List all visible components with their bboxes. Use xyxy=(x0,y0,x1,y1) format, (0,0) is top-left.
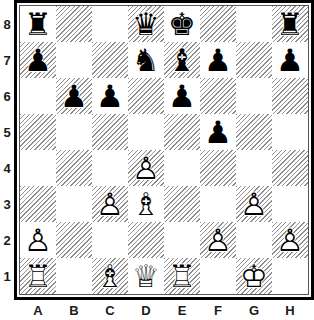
rank-label-3: 3 xyxy=(0,186,14,222)
square-b6[interactable]: ♟ xyxy=(56,78,92,114)
square-a8[interactable]: ♜ xyxy=(20,6,56,42)
file-label-e: E xyxy=(164,300,200,320)
square-c2[interactable] xyxy=(92,222,128,258)
square-b1[interactable] xyxy=(56,258,92,294)
square-e7[interactable]: ♝ xyxy=(164,42,200,78)
rank-label-2: 2 xyxy=(0,222,14,258)
square-c5[interactable] xyxy=(92,114,128,150)
rank-label-4: 4 xyxy=(0,150,14,186)
square-g2[interactable] xyxy=(236,222,272,258)
square-a3[interactable] xyxy=(20,186,56,222)
board-grid: ♜♛♚♜♟♞♝♟♟♟♟♟♟♟♙♟♙♝♗♟♙♟♙♟♙♟♙♜♖♝♗♛♕♜♖♚♔ xyxy=(20,6,308,294)
white-rook-fill: ♜ xyxy=(20,258,56,294)
white-pawn: ♙ xyxy=(236,186,272,222)
black-pawn: ♟ xyxy=(272,42,308,78)
square-c7[interactable] xyxy=(92,42,128,78)
white-bishop: ♗ xyxy=(128,186,164,222)
black-rook: ♜ xyxy=(272,6,308,42)
chess-board: ♜♛♚♜♟♞♝♟♟♟♟♟♟♟♙♟♙♝♗♟♙♟♙♟♙♟♙♜♖♝♗♛♕♜♖♚♔ xyxy=(14,0,314,300)
file-label-c: C xyxy=(92,300,128,320)
file-label-f: F xyxy=(200,300,236,320)
square-f8[interactable] xyxy=(200,6,236,42)
file-label-b: B xyxy=(56,300,92,320)
square-g7[interactable] xyxy=(236,42,272,78)
square-e2[interactable] xyxy=(164,222,200,258)
black-pawn: ♟ xyxy=(56,78,92,114)
square-a1[interactable]: ♜♖ xyxy=(20,258,56,294)
rank-label-1: 1 xyxy=(0,258,14,294)
black-pawn: ♟ xyxy=(92,78,128,114)
square-d7[interactable]: ♞ xyxy=(128,42,164,78)
square-d1[interactable]: ♛♕ xyxy=(128,258,164,294)
square-e4[interactable] xyxy=(164,150,200,186)
rank-label-7: 7 xyxy=(0,42,14,78)
square-b5[interactable] xyxy=(56,114,92,150)
square-b3[interactable] xyxy=(56,186,92,222)
white-bishop: ♗ xyxy=(92,258,128,294)
square-b8[interactable] xyxy=(56,6,92,42)
black-knight: ♞ xyxy=(128,42,164,78)
square-d4[interactable]: ♟♙ xyxy=(128,150,164,186)
black-pawn: ♟ xyxy=(200,42,236,78)
white-pawn: ♙ xyxy=(92,186,128,222)
white-rook: ♖ xyxy=(20,258,56,294)
board-with-rank-labels: 87654321 ♜♛♚♜♟♞♝♟♟♟♟♟♟♟♙♟♙♝♗♟♙♟♙♟♙♟♙♜♖♝♗… xyxy=(0,0,314,300)
white-pawn-fill: ♟ xyxy=(128,150,164,186)
black-queen: ♛ xyxy=(128,6,164,42)
square-g5[interactable] xyxy=(236,114,272,150)
white-queen: ♕ xyxy=(128,258,164,294)
square-e3[interactable] xyxy=(164,186,200,222)
chess-diagram: 87654321 ♜♛♚♜♟♞♝♟♟♟♟♟♟♟♙♟♙♝♗♟♙♟♙♟♙♟♙♜♖♝♗… xyxy=(0,0,314,320)
rank-label-8: 8 xyxy=(0,6,14,42)
rank-label-6: 6 xyxy=(0,78,14,114)
black-pawn: ♟ xyxy=(20,42,56,78)
white-pawn-fill: ♟ xyxy=(272,222,308,258)
square-b7[interactable] xyxy=(56,42,92,78)
square-e1[interactable]: ♜♖ xyxy=(164,258,200,294)
white-rook: ♖ xyxy=(164,258,200,294)
white-king-fill: ♚ xyxy=(236,258,272,294)
file-labels: ABCDEFGH xyxy=(20,300,314,320)
square-c1[interactable]: ♝♗ xyxy=(92,258,128,294)
white-rook-fill: ♜ xyxy=(164,258,200,294)
square-h4[interactable] xyxy=(272,150,308,186)
black-pawn: ♟ xyxy=(200,114,236,150)
white-queen-fill: ♛ xyxy=(128,258,164,294)
square-h7[interactable]: ♟ xyxy=(272,42,308,78)
square-f7[interactable]: ♟ xyxy=(200,42,236,78)
square-h1[interactable] xyxy=(272,258,308,294)
file-label-a: A xyxy=(20,300,56,320)
white-king: ♔ xyxy=(236,258,272,294)
square-f4[interactable] xyxy=(200,150,236,186)
square-g6[interactable] xyxy=(236,78,272,114)
square-b4[interactable] xyxy=(56,150,92,186)
black-bishop: ♝ xyxy=(164,42,200,78)
square-c3[interactable]: ♟♙ xyxy=(92,186,128,222)
square-b2[interactable] xyxy=(56,222,92,258)
white-pawn: ♙ xyxy=(272,222,308,258)
black-king: ♚ xyxy=(164,6,200,42)
file-label-d: D xyxy=(128,300,164,320)
square-h2[interactable]: ♟♙ xyxy=(272,222,308,258)
square-g4[interactable] xyxy=(236,150,272,186)
square-a2[interactable]: ♟♙ xyxy=(20,222,56,258)
rank-label-5: 5 xyxy=(0,114,14,150)
square-f2[interactable]: ♟♙ xyxy=(200,222,236,258)
chess-board-inner: ♜♛♚♜♟♞♝♟♟♟♟♟♟♟♙♟♙♝♗♟♙♟♙♟♙♟♙♜♖♝♗♛♕♜♖♚♔ xyxy=(19,5,309,295)
square-d5[interactable] xyxy=(128,114,164,150)
square-a6[interactable] xyxy=(20,78,56,114)
square-h6[interactable] xyxy=(272,78,308,114)
square-h3[interactable] xyxy=(272,186,308,222)
square-f6[interactable] xyxy=(200,78,236,114)
white-pawn: ♙ xyxy=(20,222,56,258)
white-pawn-fill: ♟ xyxy=(92,186,128,222)
square-f5[interactable]: ♟ xyxy=(200,114,236,150)
square-g8[interactable] xyxy=(236,6,272,42)
square-e5[interactable] xyxy=(164,114,200,150)
square-e6[interactable]: ♟ xyxy=(164,78,200,114)
square-d3[interactable]: ♝♗ xyxy=(128,186,164,222)
square-a7[interactable]: ♟ xyxy=(20,42,56,78)
square-c8[interactable] xyxy=(92,6,128,42)
square-d2[interactable] xyxy=(128,222,164,258)
white-pawn-fill: ♟ xyxy=(20,222,56,258)
square-g1[interactable]: ♚♔ xyxy=(236,258,272,294)
white-bishop-fill: ♝ xyxy=(92,258,128,294)
black-pawn: ♟ xyxy=(164,78,200,114)
file-label-h: H xyxy=(272,300,308,320)
square-d8[interactable]: ♛ xyxy=(128,6,164,42)
square-c6[interactable]: ♟ xyxy=(92,78,128,114)
white-pawn: ♙ xyxy=(200,222,236,258)
square-e8[interactable]: ♚ xyxy=(164,6,200,42)
white-pawn: ♙ xyxy=(128,150,164,186)
white-pawn-fill: ♟ xyxy=(200,222,236,258)
black-rook: ♜ xyxy=(20,6,56,42)
square-d6[interactable] xyxy=(128,78,164,114)
square-a4[interactable] xyxy=(20,150,56,186)
white-pawn-fill: ♟ xyxy=(236,186,272,222)
rank-labels: 87654321 xyxy=(0,0,14,300)
square-f1[interactable] xyxy=(200,258,236,294)
square-c4[interactable] xyxy=(92,150,128,186)
square-g3[interactable]: ♟♙ xyxy=(236,186,272,222)
square-f3[interactable] xyxy=(200,186,236,222)
file-label-g: G xyxy=(236,300,272,320)
square-h8[interactable]: ♜ xyxy=(272,6,308,42)
white-bishop-fill: ♝ xyxy=(128,186,164,222)
square-a5[interactable] xyxy=(20,114,56,150)
square-h5[interactable] xyxy=(272,114,308,150)
